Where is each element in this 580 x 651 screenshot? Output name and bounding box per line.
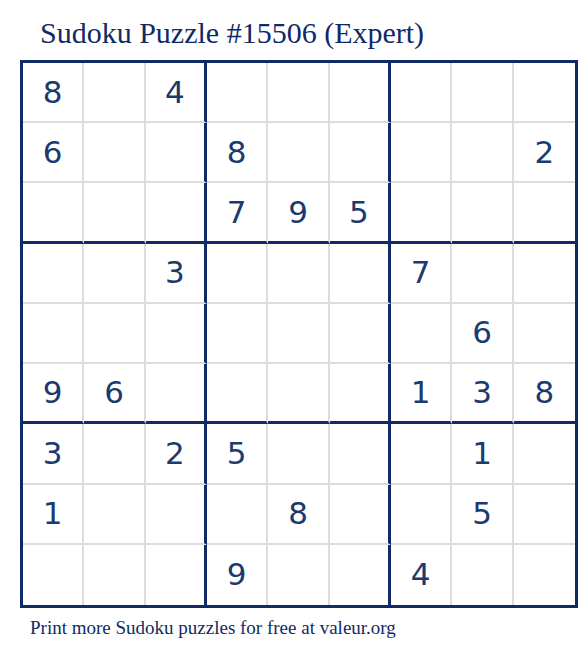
cell-r1c8[interactable] <box>452 63 513 123</box>
cell-r4c5[interactable] <box>268 244 329 304</box>
cell-r8c7[interactable] <box>391 485 452 545</box>
cell-r8c8[interactable]: 5 <box>452 485 513 545</box>
cell-r4c8[interactable] <box>452 244 513 304</box>
cell-r9c3[interactable] <box>146 545 207 605</box>
cell-r7c4[interactable]: 5 <box>207 424 268 484</box>
cell-r9c9[interactable] <box>514 545 575 605</box>
cell-r5c4[interactable] <box>207 304 268 364</box>
cell-r9c5[interactable] <box>268 545 329 605</box>
cell-r3c3[interactable] <box>146 183 207 243</box>
cell-r2c4[interactable]: 8 <box>207 123 268 183</box>
sudoku-board: 8468279537696138325118594 <box>20 60 578 608</box>
cell-r8c2[interactable] <box>84 485 145 545</box>
cell-r8c4[interactable] <box>207 485 268 545</box>
cell-r6c4[interactable] <box>207 364 268 424</box>
cell-r3c8[interactable] <box>452 183 513 243</box>
cell-r7c9[interactable] <box>514 424 575 484</box>
cell-r4c3[interactable]: 3 <box>146 244 207 304</box>
cell-r4c7[interactable]: 7 <box>391 244 452 304</box>
cell-r1c7[interactable] <box>391 63 452 123</box>
cell-r2c5[interactable] <box>268 123 329 183</box>
cell-r4c9[interactable] <box>514 244 575 304</box>
cell-r9c4[interactable]: 9 <box>207 545 268 605</box>
cell-r1c3[interactable]: 4 <box>146 63 207 123</box>
cell-r3c5[interactable]: 9 <box>268 183 329 243</box>
cell-r2c3[interactable] <box>146 123 207 183</box>
cell-r7c6[interactable] <box>330 424 391 484</box>
cell-r4c1[interactable] <box>23 244 84 304</box>
cell-r5c3[interactable] <box>146 304 207 364</box>
cell-r8c9[interactable] <box>514 485 575 545</box>
cell-r6c2[interactable]: 6 <box>84 364 145 424</box>
cell-r6c7[interactable]: 1 <box>391 364 452 424</box>
cell-r2c1[interactable]: 6 <box>23 123 84 183</box>
cell-r2c8[interactable] <box>452 123 513 183</box>
cell-r9c1[interactable] <box>23 545 84 605</box>
page-title: Sudoku Puzzle #15506 (Expert) <box>40 16 424 50</box>
cell-r1c2[interactable] <box>84 63 145 123</box>
cell-r3c4[interactable]: 7 <box>207 183 268 243</box>
cell-r1c5[interactable] <box>268 63 329 123</box>
cell-r5c6[interactable] <box>330 304 391 364</box>
cell-r7c8[interactable]: 1 <box>452 424 513 484</box>
footer-text: Print more Sudoku puzzles for free at va… <box>30 617 396 639</box>
cell-r9c2[interactable] <box>84 545 145 605</box>
cell-r4c4[interactable] <box>207 244 268 304</box>
cell-r5c9[interactable] <box>514 304 575 364</box>
cell-r6c8[interactable]: 3 <box>452 364 513 424</box>
cell-r8c3[interactable] <box>146 485 207 545</box>
cell-r3c1[interactable] <box>23 183 84 243</box>
cell-r1c9[interactable] <box>514 63 575 123</box>
cell-r1c1[interactable]: 8 <box>23 63 84 123</box>
cell-r1c4[interactable] <box>207 63 268 123</box>
page: Sudoku Puzzle #15506 (Expert) 8468279537… <box>0 0 580 651</box>
cell-r3c7[interactable] <box>391 183 452 243</box>
cell-r4c6[interactable] <box>330 244 391 304</box>
cell-r2c2[interactable] <box>84 123 145 183</box>
cell-r3c6[interactable]: 5 <box>330 183 391 243</box>
cell-r6c9[interactable]: 8 <box>514 364 575 424</box>
cell-r2c9[interactable]: 2 <box>514 123 575 183</box>
cell-r2c6[interactable] <box>330 123 391 183</box>
cell-r9c7[interactable]: 4 <box>391 545 452 605</box>
cell-r6c6[interactable] <box>330 364 391 424</box>
cell-r4c2[interactable] <box>84 244 145 304</box>
cell-r2c7[interactable] <box>391 123 452 183</box>
cell-r7c7[interactable] <box>391 424 452 484</box>
cell-r8c5[interactable]: 8 <box>268 485 329 545</box>
cell-r8c1[interactable]: 1 <box>23 485 84 545</box>
cell-r5c8[interactable]: 6 <box>452 304 513 364</box>
cell-r7c1[interactable]: 3 <box>23 424 84 484</box>
cell-r9c6[interactable] <box>330 545 391 605</box>
cell-r5c7[interactable] <box>391 304 452 364</box>
cell-r5c2[interactable] <box>84 304 145 364</box>
cell-r8c6[interactable] <box>330 485 391 545</box>
cell-r7c5[interactable] <box>268 424 329 484</box>
cell-r7c3[interactable]: 2 <box>146 424 207 484</box>
cell-r1c6[interactable] <box>330 63 391 123</box>
cell-r3c9[interactable] <box>514 183 575 243</box>
cell-r6c5[interactable] <box>268 364 329 424</box>
cell-r5c1[interactable] <box>23 304 84 364</box>
cell-r6c1[interactable]: 9 <box>23 364 84 424</box>
cell-r7c2[interactable] <box>84 424 145 484</box>
cell-r5c5[interactable] <box>268 304 329 364</box>
cell-r3c2[interactable] <box>84 183 145 243</box>
cell-r6c3[interactable] <box>146 364 207 424</box>
cell-r9c8[interactable] <box>452 545 513 605</box>
